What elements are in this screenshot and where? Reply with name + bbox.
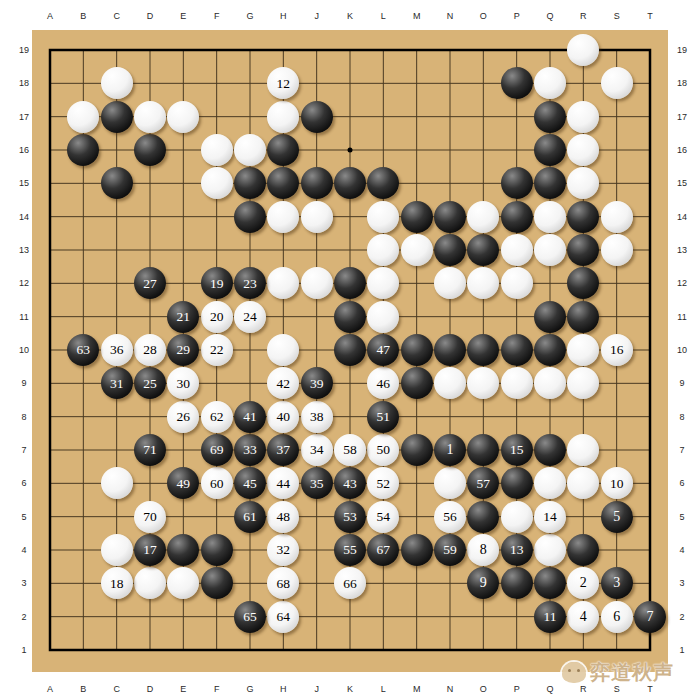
move-number: 21 xyxy=(177,309,191,323)
coord-label-right-19: 19 xyxy=(677,45,687,55)
white-stone-J12 xyxy=(301,267,333,299)
black-stone-J17 xyxy=(301,101,333,133)
black-stone-E10-move-29: 29 xyxy=(167,334,199,366)
coord-label-top-K: K xyxy=(347,11,353,21)
white-stone-H3-move-68: 68 xyxy=(267,567,299,599)
white-stone-R9 xyxy=(567,367,599,399)
white-stone-E9-move-30: 30 xyxy=(167,367,199,399)
move-number: 70 xyxy=(143,509,157,523)
move-number: 33 xyxy=(243,443,257,457)
move-number: 51 xyxy=(377,409,391,423)
black-stone-G2-move-65: 65 xyxy=(234,601,266,633)
black-stone-G8-move-41: 41 xyxy=(234,401,266,433)
move-number: 29 xyxy=(177,343,191,357)
coord-label-right-3: 3 xyxy=(679,578,684,588)
coord-label-right-18: 18 xyxy=(677,78,687,88)
black-stone-L10-move-47: 47 xyxy=(367,334,399,366)
move-number: 67 xyxy=(377,543,391,557)
white-stone-L6-move-52: 52 xyxy=(367,467,399,499)
white-stone-L13 xyxy=(367,234,399,266)
white-stone-C10-move-36: 36 xyxy=(101,334,133,366)
black-stone-R11 xyxy=(567,301,599,333)
black-stone-D16 xyxy=(134,134,166,166)
black-stone-M9 xyxy=(401,367,433,399)
coord-label-bottom-L: L xyxy=(381,684,386,694)
white-stone-P12 xyxy=(501,267,533,299)
white-stone-L11 xyxy=(367,301,399,333)
coord-label-right-2: 2 xyxy=(679,612,684,622)
coord-label-right-4: 4 xyxy=(679,545,684,555)
white-stone-S6-move-10: 10 xyxy=(601,467,633,499)
black-stone-D7-move-71: 71 xyxy=(134,434,166,466)
black-stone-K10 xyxy=(334,334,366,366)
white-stone-L7-move-50: 50 xyxy=(367,434,399,466)
move-number: 14 xyxy=(543,509,557,523)
move-number: 60 xyxy=(210,476,224,490)
move-number: 16 xyxy=(610,343,624,357)
black-stone-C17 xyxy=(101,101,133,133)
white-stone-P5 xyxy=(501,501,533,533)
white-stone-Q14 xyxy=(534,201,566,233)
move-number: 71 xyxy=(143,443,157,457)
coord-label-left-16: 16 xyxy=(19,145,29,155)
black-stone-M14 xyxy=(401,201,433,233)
coord-label-left-9: 9 xyxy=(21,378,26,388)
white-stone-P9 xyxy=(501,367,533,399)
coord-label-bottom-K: K xyxy=(347,684,353,694)
white-stone-H14 xyxy=(267,201,299,233)
black-stone-P4-move-13: 13 xyxy=(501,534,533,566)
black-stone-F3 xyxy=(201,567,233,599)
move-number: 52 xyxy=(377,476,391,490)
white-stone-R7 xyxy=(567,434,599,466)
coord-label-bottom-D: D xyxy=(147,684,154,694)
move-number: 49 xyxy=(177,476,191,490)
move-number: 26 xyxy=(177,409,191,423)
white-stone-R17 xyxy=(567,101,599,133)
move-number: 38 xyxy=(310,409,324,423)
move-number: 64 xyxy=(277,609,291,623)
move-number: 8 xyxy=(480,543,487,557)
white-stone-S18 xyxy=(601,67,633,99)
white-stone-F16 xyxy=(201,134,233,166)
coord-label-left-19: 19 xyxy=(19,45,29,55)
white-stone-D10-move-28: 28 xyxy=(134,334,166,366)
black-stone-C9-move-31: 31 xyxy=(101,367,133,399)
white-stone-C3-move-18: 18 xyxy=(101,567,133,599)
black-stone-L8-move-51: 51 xyxy=(367,401,399,433)
move-number: 53 xyxy=(343,509,357,523)
black-stone-P10 xyxy=(501,334,533,366)
white-stone-O9 xyxy=(467,367,499,399)
black-stone-F12-move-19: 19 xyxy=(201,267,233,299)
white-stone-J7-move-34: 34 xyxy=(301,434,333,466)
black-stone-Q17 xyxy=(534,101,566,133)
coord-label-bottom-E: E xyxy=(180,684,186,694)
white-stone-G11-move-24: 24 xyxy=(234,301,266,333)
white-stone-R19 xyxy=(567,34,599,66)
white-stone-N9 xyxy=(434,367,466,399)
move-number: 45 xyxy=(243,476,257,490)
move-number: 62 xyxy=(210,409,224,423)
black-stone-O13 xyxy=(467,234,499,266)
white-stone-Q5-move-14: 14 xyxy=(534,501,566,533)
white-stone-H12 xyxy=(267,267,299,299)
black-stone-Q7 xyxy=(534,434,566,466)
coord-label-bottom-Q: Q xyxy=(546,684,553,694)
coord-label-left-1: 1 xyxy=(21,645,26,655)
coord-label-left-3: 3 xyxy=(21,578,26,588)
move-number: 11 xyxy=(544,609,557,623)
coord-label-right-14: 14 xyxy=(677,212,687,222)
coord-label-left-10: 10 xyxy=(19,345,29,355)
black-stone-R4 xyxy=(567,534,599,566)
coord-label-bottom-A: A xyxy=(47,684,53,694)
black-stone-Q10 xyxy=(534,334,566,366)
white-stone-F8-move-62: 62 xyxy=(201,401,233,433)
move-number: 9 xyxy=(480,576,487,590)
move-number: 1 xyxy=(447,443,454,457)
coord-label-left-5: 5 xyxy=(21,512,26,522)
move-number: 41 xyxy=(243,409,257,423)
white-stone-S14 xyxy=(601,201,633,233)
white-stone-D3 xyxy=(134,567,166,599)
white-stone-O14 xyxy=(467,201,499,233)
black-stone-C15 xyxy=(101,167,133,199)
white-stone-E8-move-26: 26 xyxy=(167,401,199,433)
white-stone-H8-move-40: 40 xyxy=(267,401,299,433)
coord-label-top-F: F xyxy=(214,11,220,21)
move-number: 34 xyxy=(310,443,324,457)
move-number: 59 xyxy=(443,543,457,557)
black-stone-G15 xyxy=(234,167,266,199)
coord-label-top-B: B xyxy=(80,11,86,21)
white-stone-F6-move-60: 60 xyxy=(201,467,233,499)
white-stone-F11-move-20: 20 xyxy=(201,301,233,333)
black-stone-O5 xyxy=(467,501,499,533)
coord-label-bottom-M: M xyxy=(413,684,421,694)
move-number: 42 xyxy=(277,376,291,390)
black-stone-B16 xyxy=(67,134,99,166)
move-number: 32 xyxy=(277,543,291,557)
white-stone-G16 xyxy=(234,134,266,166)
coord-label-top-O: O xyxy=(480,11,487,21)
coord-label-right-11: 11 xyxy=(677,312,686,322)
move-number: 63 xyxy=(77,343,91,357)
white-stone-Q18 xyxy=(534,67,566,99)
move-number: 66 xyxy=(343,576,357,590)
move-number: 6 xyxy=(613,609,620,623)
coord-label-bottom-G: G xyxy=(246,684,253,694)
white-stone-H6-move-44: 44 xyxy=(267,467,299,499)
black-stone-N10 xyxy=(434,334,466,366)
move-number: 17 xyxy=(143,543,157,557)
move-number: 12 xyxy=(277,76,291,90)
coord-label-left-8: 8 xyxy=(21,412,26,422)
white-stone-H9-move-42: 42 xyxy=(267,367,299,399)
black-stone-R13 xyxy=(567,234,599,266)
black-stone-P3 xyxy=(501,567,533,599)
coord-label-right-12: 12 xyxy=(677,278,687,288)
black-stone-P14 xyxy=(501,201,533,233)
white-stone-S13 xyxy=(601,234,633,266)
move-number: 22 xyxy=(210,343,224,357)
move-number: 58 xyxy=(343,443,357,457)
white-stone-K3-move-66: 66 xyxy=(334,567,366,599)
white-stone-P13 xyxy=(501,234,533,266)
coord-label-right-9: 9 xyxy=(679,378,684,388)
black-stone-L4-move-67: 67 xyxy=(367,534,399,566)
coord-label-bottom-C: C xyxy=(113,684,120,694)
black-stone-B10-move-63: 63 xyxy=(67,334,99,366)
coord-label-right-13: 13 xyxy=(677,245,687,255)
coord-label-bottom-J: J xyxy=(314,684,319,694)
move-number: 31 xyxy=(110,376,124,390)
white-stone-C4 xyxy=(101,534,133,566)
black-stone-O10 xyxy=(467,334,499,366)
white-stone-N6 xyxy=(434,467,466,499)
move-number: 10 xyxy=(610,476,624,490)
white-stone-R2-move-4: 4 xyxy=(567,601,599,633)
coord-label-top-M: M xyxy=(413,11,421,21)
move-number: 65 xyxy=(243,609,257,623)
coord-label-top-D: D xyxy=(147,11,154,21)
white-stone-Q13 xyxy=(534,234,566,266)
move-number: 36 xyxy=(110,343,124,357)
coord-label-top-T: T xyxy=(647,11,653,21)
coord-label-right-5: 5 xyxy=(679,512,684,522)
black-stone-M4 xyxy=(401,534,433,566)
black-stone-J6-move-35: 35 xyxy=(301,467,333,499)
black-stone-N13 xyxy=(434,234,466,266)
black-stone-H15 xyxy=(267,167,299,199)
move-number: 68 xyxy=(277,576,291,590)
coord-label-right-17: 17 xyxy=(677,112,687,122)
black-stone-M7 xyxy=(401,434,433,466)
coord-label-left-4: 4 xyxy=(21,545,26,555)
move-number: 3 xyxy=(613,576,620,590)
white-stone-H17 xyxy=(267,101,299,133)
watermark-text: 弈道秋声 xyxy=(590,659,674,686)
black-stone-Q15 xyxy=(534,167,566,199)
coord-label-bottom-N: N xyxy=(447,684,454,694)
coord-label-right-15: 15 xyxy=(677,178,687,188)
black-stone-N14 xyxy=(434,201,466,233)
move-number: 24 xyxy=(243,309,257,323)
coord-label-top-L: L xyxy=(381,11,386,21)
black-stone-E6-move-49: 49 xyxy=(167,467,199,499)
coord-label-top-Q: Q xyxy=(546,11,553,21)
move-number: 48 xyxy=(277,509,291,523)
white-stone-B17 xyxy=(67,101,99,133)
white-stone-H5-move-48: 48 xyxy=(267,501,299,533)
white-stone-S2-move-6: 6 xyxy=(601,601,633,633)
white-stone-H4-move-32: 32 xyxy=(267,534,299,566)
black-stone-Q11 xyxy=(534,301,566,333)
white-stone-L5-move-54: 54 xyxy=(367,501,399,533)
black-stone-K11 xyxy=(334,301,366,333)
move-number: 55 xyxy=(343,543,357,557)
black-stone-S3-move-3: 3 xyxy=(601,567,633,599)
black-stone-Q2-move-11: 11 xyxy=(534,601,566,633)
black-stone-K12 xyxy=(334,267,366,299)
black-stone-S5-move-5: 5 xyxy=(601,501,633,533)
black-stone-K15 xyxy=(334,167,366,199)
watermark: 弈道秋声 xyxy=(562,659,674,686)
white-stone-H10 xyxy=(267,334,299,366)
coord-label-left-6: 6 xyxy=(21,478,26,488)
black-stone-P18 xyxy=(501,67,533,99)
black-stone-F7-move-69: 69 xyxy=(201,434,233,466)
white-stone-R15 xyxy=(567,167,599,199)
move-number: 2 xyxy=(580,576,587,590)
move-number: 25 xyxy=(143,376,157,390)
coord-label-top-A: A xyxy=(47,11,53,21)
black-stone-N7-move-1: 1 xyxy=(434,434,466,466)
white-stone-Q4 xyxy=(534,534,566,566)
black-stone-Q16 xyxy=(534,134,566,166)
coord-label-top-R: R xyxy=(580,11,587,21)
black-stone-M10 xyxy=(401,334,433,366)
white-stone-R6 xyxy=(567,467,599,499)
coord-label-bottom-O: O xyxy=(480,684,487,694)
white-stone-C18 xyxy=(101,67,133,99)
black-stone-R12 xyxy=(567,267,599,299)
black-stone-L15 xyxy=(367,167,399,199)
coord-label-bottom-P: P xyxy=(514,684,520,694)
white-stone-R16 xyxy=(567,134,599,166)
white-stone-F10-move-22: 22 xyxy=(201,334,233,366)
white-stone-O4-move-8: 8 xyxy=(467,534,499,566)
coord-label-top-C: C xyxy=(113,11,120,21)
black-stone-P6 xyxy=(501,467,533,499)
black-stone-O3-move-9: 9 xyxy=(467,567,499,599)
move-number: 57 xyxy=(477,476,491,490)
move-number: 20 xyxy=(210,309,224,323)
black-stone-P7-move-15: 15 xyxy=(501,434,533,466)
coord-label-top-G: G xyxy=(246,11,253,21)
white-stone-J8-move-38: 38 xyxy=(301,401,333,433)
coord-label-left-18: 18 xyxy=(19,78,29,88)
move-number: 44 xyxy=(277,476,291,490)
star-point-K16 xyxy=(348,148,353,153)
coord-label-bottom-B: B xyxy=(80,684,86,694)
black-stone-D4-move-17: 17 xyxy=(134,534,166,566)
wechat-icon xyxy=(562,662,586,683)
white-stone-E17 xyxy=(167,101,199,133)
white-stone-E3 xyxy=(167,567,199,599)
black-stone-R14 xyxy=(567,201,599,233)
white-stone-C6 xyxy=(101,467,133,499)
white-stone-R3-move-2: 2 xyxy=(567,567,599,599)
coord-label-right-8: 8 xyxy=(679,412,684,422)
black-stone-O6-move-57: 57 xyxy=(467,467,499,499)
coord-label-bottom-H: H xyxy=(280,684,287,694)
black-stone-G12-move-23: 23 xyxy=(234,267,266,299)
coord-label-top-J: J xyxy=(314,11,319,21)
white-stone-H18-move-12: 12 xyxy=(267,67,299,99)
coord-label-right-10: 10 xyxy=(677,345,687,355)
coord-label-bottom-F: F xyxy=(214,684,220,694)
white-stone-R10 xyxy=(567,334,599,366)
move-number: 46 xyxy=(377,376,391,390)
coord-label-left-13: 13 xyxy=(19,245,29,255)
white-stone-D17 xyxy=(134,101,166,133)
move-number: 61 xyxy=(243,509,257,523)
black-stone-K4-move-55: 55 xyxy=(334,534,366,566)
black-stone-D9-move-25: 25 xyxy=(134,367,166,399)
coord-label-top-S: S xyxy=(614,11,620,21)
move-number: 37 xyxy=(277,443,291,457)
coord-label-right-7: 7 xyxy=(679,445,684,455)
coord-label-right-16: 16 xyxy=(677,145,687,155)
coord-label-right-1: 1 xyxy=(679,645,684,655)
move-number: 15 xyxy=(510,443,524,457)
coord-label-left-17: 17 xyxy=(19,112,29,122)
move-number: 23 xyxy=(243,276,257,290)
black-stone-K5-move-53: 53 xyxy=(334,501,366,533)
move-number: 30 xyxy=(177,376,191,390)
black-stone-G14 xyxy=(234,201,266,233)
move-number: 40 xyxy=(277,409,291,423)
coord-label-top-N: N xyxy=(447,11,454,21)
black-stone-J15 xyxy=(301,167,333,199)
white-stone-F15 xyxy=(201,167,233,199)
white-stone-L14 xyxy=(367,201,399,233)
go-diagram-screenshot: AABBCCDDEEFFGGHHJJKKLLMMNNOOPPQQRRSSTT19… xyxy=(0,0,700,700)
coord-label-right-6: 6 xyxy=(679,478,684,488)
move-number: 39 xyxy=(310,376,324,390)
coord-label-left-2: 2 xyxy=(21,612,26,622)
move-number: 7 xyxy=(647,609,654,623)
white-stone-N12 xyxy=(434,267,466,299)
white-stone-S10-move-16: 16 xyxy=(601,334,633,366)
black-stone-P15 xyxy=(501,167,533,199)
white-stone-J14 xyxy=(301,201,333,233)
black-stone-D12-move-27: 27 xyxy=(134,267,166,299)
coord-label-left-12: 12 xyxy=(19,278,29,288)
coord-label-top-H: H xyxy=(280,11,287,21)
black-stone-E11-move-21: 21 xyxy=(167,301,199,333)
coord-label-left-11: 11 xyxy=(19,312,28,322)
white-stone-D5-move-70: 70 xyxy=(134,501,166,533)
white-stone-N5-move-56: 56 xyxy=(434,501,466,533)
coord-label-top-E: E xyxy=(180,11,186,21)
white-stone-L12 xyxy=(367,267,399,299)
coord-label-top-P: P xyxy=(514,11,520,21)
black-stone-H16 xyxy=(267,134,299,166)
black-stone-G7-move-33: 33 xyxy=(234,434,266,466)
move-number: 50 xyxy=(377,443,391,457)
move-number: 27 xyxy=(143,276,157,290)
white-stone-L9-move-46: 46 xyxy=(367,367,399,399)
black-stone-N4-move-59: 59 xyxy=(434,534,466,566)
black-stone-G5-move-61: 61 xyxy=(234,501,266,533)
black-stone-Q3 xyxy=(534,567,566,599)
move-number: 4 xyxy=(580,609,587,623)
black-stone-H7-move-37: 37 xyxy=(267,434,299,466)
move-number: 69 xyxy=(210,443,224,457)
black-stone-T2-move-7: 7 xyxy=(634,601,666,633)
coord-label-left-7: 7 xyxy=(21,445,26,455)
move-number: 28 xyxy=(143,343,157,357)
black-stone-O7 xyxy=(467,434,499,466)
white-stone-Q9 xyxy=(534,367,566,399)
white-stone-K7-move-58: 58 xyxy=(334,434,366,466)
move-number: 18 xyxy=(110,576,124,590)
coord-label-left-14: 14 xyxy=(19,212,29,222)
black-stone-J9-move-39: 39 xyxy=(301,367,333,399)
